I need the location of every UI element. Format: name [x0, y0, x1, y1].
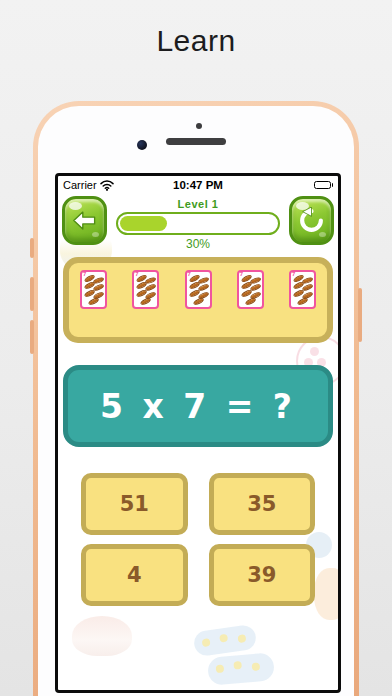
volume-up-button: [30, 277, 34, 311]
mute-switch: [30, 238, 34, 258]
battery-icon: [314, 181, 334, 190]
page-title: Learn: [0, 24, 392, 58]
card-count-label: 7: [292, 271, 295, 277]
card-count-label: 7: [83, 271, 86, 277]
watermark-pill: [193, 624, 258, 657]
equation-panel: 5 x 7 = ?: [63, 365, 333, 447]
power-button: [358, 288, 362, 342]
seed-icon: [88, 297, 100, 306]
group-card: 7: [132, 270, 159, 309]
answer-button-35[interactable]: 35: [209, 473, 316, 535]
equation-text: 5 x 7 = ?: [100, 387, 296, 426]
answer-label: 39: [247, 563, 276, 587]
answer-label: 4: [127, 563, 142, 587]
seed-icon: [140, 297, 152, 306]
refresh-icon: [298, 207, 325, 234]
phone-body: Carrier 10:47 PM: [38, 106, 354, 696]
volume-down-button: [30, 320, 34, 354]
answer-button-39[interactable]: 39: [209, 544, 316, 606]
restart-button[interactable]: [289, 196, 334, 245]
group-card: 7: [185, 270, 212, 309]
watermark-blob: [72, 616, 132, 656]
app-store-screenshot: { "game": "multiplication learning quiz …: [0, 0, 392, 696]
back-arrow-icon: [71, 207, 98, 234]
clock-label: 10:47 PM: [173, 179, 223, 191]
group-card: 7: [80, 270, 107, 309]
answer-button-51[interactable]: 51: [81, 473, 188, 535]
groups-panel: 7 7 7 7 7: [63, 257, 333, 343]
back-button[interactable]: [62, 196, 107, 245]
group-card: 7: [237, 270, 264, 309]
card-count-label: 7: [188, 271, 191, 277]
group-card: 7: [289, 270, 316, 309]
sensor-icon: [196, 123, 202, 129]
watermark-blob: [314, 568, 341, 620]
answers-grid: 51 35 4 39: [81, 473, 315, 606]
card-count-label: 7: [240, 271, 243, 277]
level-label: Level 1: [178, 198, 219, 210]
progress-group: Level 1 30%: [107, 196, 289, 251]
answer-button-4[interactable]: 4: [81, 544, 188, 606]
status-bar: Carrier 10:47 PM: [58, 176, 338, 194]
seed-icon: [244, 297, 256, 306]
earpiece-speaker: [166, 138, 226, 145]
progress-bar: [116, 212, 280, 235]
carrier-label: Carrier: [63, 179, 97, 191]
answer-label: 35: [247, 492, 276, 516]
seed-icon: [192, 297, 204, 306]
watermark-pill: [207, 652, 275, 686]
front-camera-icon: [137, 140, 147, 150]
progress-percent-label: 30%: [186, 237, 210, 251]
progress-fill: [120, 216, 167, 231]
seed-icon: [297, 297, 309, 306]
app-screen: Carrier 10:47 PM: [55, 173, 341, 693]
quiz-header: Level 1 30%: [58, 194, 338, 251]
answer-label: 51: [120, 492, 149, 516]
wifi-icon: [100, 180, 114, 191]
iphone-frame: Carrier 10:47 PM: [33, 101, 359, 696]
